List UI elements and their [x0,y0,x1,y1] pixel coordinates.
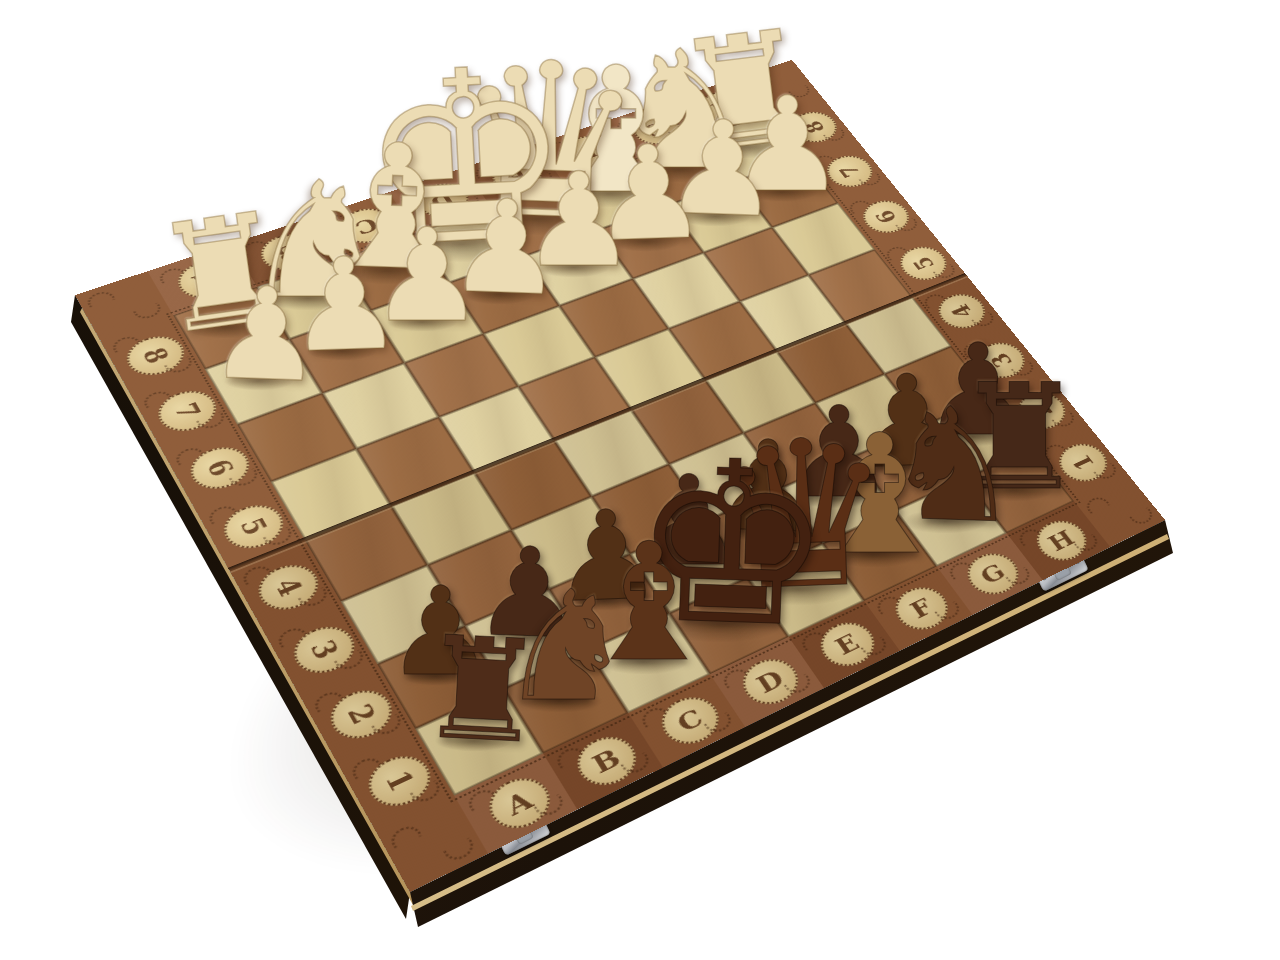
photo-stage: ABCDEFGH8877665544332211ABCDEFGH ♜♞♝♚♛♝♞… [0,0,1280,960]
dark-rook-a1[interactable]: ♜ [416,617,549,764]
white-pawn-a7[interactable]: ♟ [206,270,325,401]
pieces-layer: ♜♞♝♚♛♝♞♜♟♟♟♟♟♟♟♟♟♟♟♟♟♟♟♟♜♞♝♚♛♝♞♜ [0,0,1280,960]
